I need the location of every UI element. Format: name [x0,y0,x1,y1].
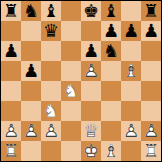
square-g2[interactable]: ♟♙ [121,121,141,141]
square-a8[interactable]: ♜ [1,1,21,21]
black-pawn: ♟ [21,61,41,81]
square-a3[interactable] [1,101,21,121]
black-bishop: ♝ [101,1,121,21]
square-g4[interactable] [121,81,141,101]
square-h4[interactable] [141,81,161,101]
square-d3[interactable] [61,101,81,121]
square-d5[interactable] [61,61,81,81]
square-g8[interactable] [121,1,141,21]
square-c5[interactable] [41,61,61,81]
square-d2[interactable] [61,121,81,141]
square-b5[interactable]: ♟ [21,61,41,81]
white-knight: ♘ [61,81,81,101]
white-queen: ♕ [81,121,101,141]
white-bishop: ♗ [121,61,141,81]
white-rook: ♖ [141,141,161,161]
black-pawn: ♟ [141,21,161,41]
square-h3[interactable] [141,101,161,121]
square-h7[interactable]: ♟ [141,21,161,41]
square-b2[interactable]: ♟♙ [21,121,41,141]
white-king: ♔ [81,141,101,161]
square-g7[interactable]: ♟ [121,21,141,41]
square-c6[interactable] [41,41,61,61]
white-pawn: ♙ [121,121,141,141]
square-f3[interactable] [101,101,121,121]
white-pawn: ♙ [1,121,21,141]
square-b8[interactable]: ♞ [21,1,41,21]
square-c7[interactable]: ♛ [41,21,61,41]
white-knight: ♘ [41,101,61,121]
white-pawn: ♙ [41,121,61,141]
square-g3[interactable] [121,101,141,121]
square-d6[interactable] [61,41,81,61]
chess-board: ♜♞♝♚♝♜♛♟♟♟♟♟♞♟♟♙♝♗♞♘♞♘♟♙♟♙♟♙♛♕♟♙♟♙♜♖♚♔♝♗… [0,0,162,162]
square-a6[interactable]: ♟ [1,41,21,61]
square-e5[interactable]: ♟♙ [81,61,101,81]
square-f1[interactable]: ♝♗ [101,141,121,161]
square-a7[interactable] [1,21,21,41]
white-pawn: ♙ [21,121,41,141]
black-pawn: ♟ [121,21,141,41]
white-rook: ♖ [1,141,21,161]
square-c3[interactable]: ♞♘ [41,101,61,121]
square-b7[interactable] [21,21,41,41]
square-e1[interactable]: ♚♔ [81,141,101,161]
black-bishop: ♝ [41,1,61,21]
black-knight: ♞ [101,41,121,61]
white-pawn: ♙ [141,121,161,141]
black-rook: ♜ [141,1,161,21]
square-e8[interactable]: ♚ [81,1,101,21]
square-c1[interactable] [41,141,61,161]
square-g1[interactable] [121,141,141,161]
square-d8[interactable] [61,1,81,21]
square-b4[interactable] [21,81,41,101]
square-e7[interactable] [81,21,101,41]
square-c8[interactable]: ♝ [41,1,61,21]
black-pawn: ♟ [81,41,101,61]
square-c4[interactable] [41,81,61,101]
square-h8[interactable]: ♜ [141,1,161,21]
square-b6[interactable] [21,41,41,61]
square-f6[interactable]: ♞ [101,41,121,61]
square-e6[interactable]: ♟ [81,41,101,61]
square-a1[interactable]: ♜♖ [1,141,21,161]
square-f2[interactable] [101,121,121,141]
square-f4[interactable] [101,81,121,101]
square-a4[interactable] [1,81,21,101]
square-f5[interactable] [101,61,121,81]
square-c2[interactable]: ♟♙ [41,121,61,141]
square-h2[interactable]: ♟♙ [141,121,161,141]
square-b1[interactable] [21,141,41,161]
square-h6[interactable] [141,41,161,61]
square-a5[interactable] [1,61,21,81]
square-e2[interactable]: ♛♕ [81,121,101,141]
square-h5[interactable] [141,61,161,81]
black-pawn: ♟ [101,21,121,41]
square-e3[interactable] [81,101,101,121]
square-f8[interactable]: ♝ [101,1,121,21]
black-rook: ♜ [1,1,21,21]
black-knight: ♞ [21,1,41,21]
square-b3[interactable] [21,101,41,121]
square-h1[interactable]: ♜♖ [141,141,161,161]
square-d1[interactable] [61,141,81,161]
square-e4[interactable] [81,81,101,101]
black-queen: ♛ [41,21,61,41]
white-bishop: ♗ [101,141,121,161]
square-d4[interactable]: ♞♘ [61,81,81,101]
white-pawn: ♙ [81,61,101,81]
square-a2[interactable]: ♟♙ [1,121,21,141]
square-d7[interactable] [61,21,81,41]
square-f7[interactable]: ♟ [101,21,121,41]
square-g6[interactable] [121,41,141,61]
black-pawn: ♟ [1,41,21,61]
square-g5[interactable]: ♝♗ [121,61,141,81]
black-king: ♚ [81,1,101,21]
